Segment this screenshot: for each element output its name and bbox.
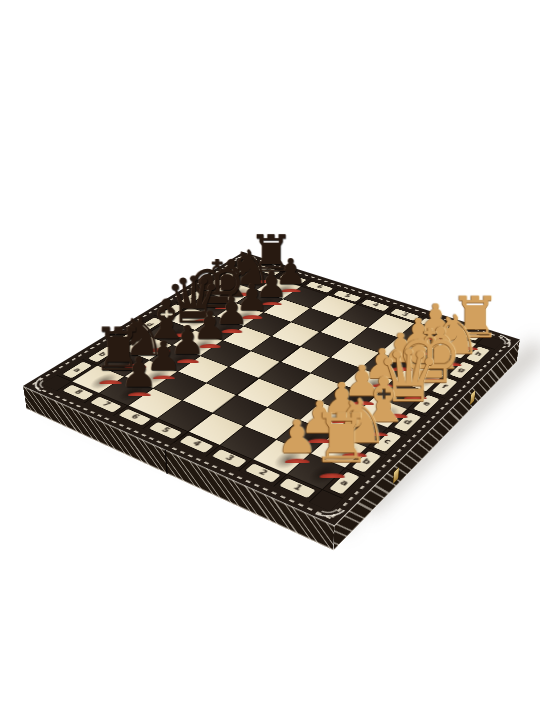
file-label-text: a: [72, 367, 83, 373]
piece-glyph: ♟: [214, 294, 248, 329]
file-label-h-far: h: [216, 265, 248, 281]
piece-shadow: [229, 308, 261, 325]
square-g8[interactable]: ♞: [211, 282, 256, 303]
rank-label-text: 5: [343, 294, 352, 299]
rank-label-text: 8: [72, 389, 83, 395]
fold-seam-side: [165, 449, 168, 474]
brass-latch: [393, 466, 400, 484]
black-pawn[interactable]: ♟: [235, 276, 268, 319]
piece-shadow: [249, 295, 280, 311]
coordinate-plaque: 8: [254, 265, 281, 276]
coordinate-plaque: g: [201, 279, 226, 292]
piece-shadow: [223, 286, 254, 302]
rank-label-5-right: 5: [329, 288, 366, 304]
rank-label-text: 7: [100, 401, 111, 408]
frame-corner: [478, 336, 504, 350]
rank-label-8-right: 8: [250, 263, 285, 277]
rank-label-text: 1: [292, 484, 304, 492]
piece-shadow: [242, 274, 272, 289]
piece-glyph: ♟: [274, 256, 306, 289]
coordinate-plaque: 7: [280, 273, 307, 284]
chessboard-scene: abcdefgh8♜♞♝♛♚♝♞♜87♟♟♟♟♟♟♟♟7665544332♟♟♟…: [0, 0, 540, 720]
corner-ornament: [493, 335, 517, 347]
rank-label-text: 5: [159, 427, 171, 434]
rank-label-text: 8: [263, 268, 272, 272]
black-knight[interactable]: ♞: [229, 239, 261, 296]
square-g4[interactable]: [320, 318, 367, 342]
rank-label-7-right: 7: [275, 271, 310, 286]
rank-label-4-right: 4: [357, 297, 394, 313]
piece-glyph: ♟: [255, 268, 288, 301]
piece-glyph: ♚: [187, 255, 246, 316]
square-e5[interactable]: [251, 337, 299, 362]
corner-ornament: [235, 253, 256, 263]
file-label-text: f: [189, 296, 197, 300]
black-rook[interactable]: ♜: [248, 225, 279, 284]
file-label-text: h: [228, 271, 237, 275]
black-pawn[interactable]: ♟: [214, 289, 248, 333]
board-inner: abcdefgh8♜♞♝♛♚♝♞♜87♟♟♟♟♟♟♟♟7665544332♟♟♟…: [42, 259, 504, 512]
square-h7[interactable]: ♟: [257, 278, 301, 299]
square-h5[interactable]: [311, 295, 356, 317]
rank-label-text: 4: [191, 440, 203, 447]
square-f5[interactable]: [272, 322, 319, 346]
piece-glyph: ♟: [120, 354, 157, 392]
black-pawn[interactable]: ♟: [120, 348, 157, 396]
square-h8[interactable]: ♜: [231, 270, 274, 290]
rank-label-text: 4: [371, 303, 380, 308]
piece-shadow: [269, 282, 299, 298]
piece-glyph: ♜: [248, 231, 294, 278]
rank-label-text: 6: [315, 285, 324, 290]
file-label-text: a: [339, 479, 351, 487]
file-label-g-far: g: [196, 277, 229, 294]
coordinate-plaque: 5: [333, 290, 361, 302]
product-photo: abcdefgh8♜♞♝♛♚♝♞♜87♟♟♟♟♟♟♟♟7665544332♟♟♟…: [0, 0, 540, 720]
coordinate-plaque: 6: [306, 282, 334, 293]
rank-label-6-right: 6: [302, 280, 338, 295]
square-h4[interactable]: [339, 305, 384, 328]
square-g5[interactable]: [292, 309, 338, 332]
brass-latch: [470, 389, 476, 405]
file-label-text: e: [167, 309, 177, 314]
rank-label-text: 7: [289, 276, 298, 280]
coordinate-plaque: h: [221, 267, 245, 279]
square-f6[interactable]: [244, 313, 291, 336]
white-rook[interactable]: ♜: [311, 400, 353, 478]
rank-label-text: 6: [129, 414, 141, 421]
piece-glyph: ♝: [208, 255, 254, 302]
rank-label-text: 3: [223, 454, 235, 462]
piece-shadow: [208, 321, 241, 339]
frame-corner: [235, 259, 259, 270]
square-f4[interactable]: [301, 332, 349, 357]
square-g7[interactable]: ♟: [237, 290, 282, 312]
square-f8[interactable]: ♝: [190, 294, 236, 316]
board-3d-fit: abcdefgh8♜♞♝♛♚♝♞♜87♟♟♟♟♟♟♟♟7665544332♟♟♟…: [28, 36, 514, 684]
chess-box: abcdefgh8♜♞♝♛♚♝♞♜87♟♟♟♟♟♟♟♟7665544332♟♟♟…: [23, 252, 520, 525]
file-label-text: g: [208, 283, 217, 288]
piece-glyph: ♜: [311, 408, 371, 470]
rank-label-text: 2: [257, 469, 269, 477]
black-pawn[interactable]: ♟: [274, 251, 306, 292]
black-bishop[interactable]: ♝: [208, 248, 241, 309]
square-f7[interactable]: ♟: [217, 303, 263, 326]
file-label-f-far: f: [176, 289, 210, 307]
coordinate-plaque: 4: [361, 299, 390, 311]
square-h6[interactable]: [283, 287, 327, 308]
square-g6[interactable]: [264, 299, 310, 321]
square-e6[interactable]: [223, 326, 271, 350]
piece-glyph: ♟: [235, 281, 268, 315]
piece-shadow: [202, 299, 234, 315]
coordinate-plaque: f: [180, 291, 205, 304]
